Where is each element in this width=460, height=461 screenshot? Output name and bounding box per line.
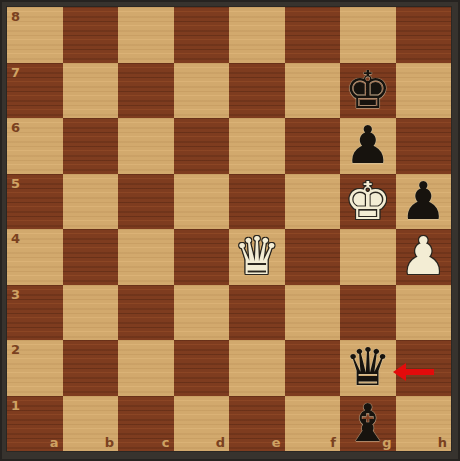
square-a7[interactable]: 7	[7, 63, 63, 119]
square-e2[interactable]	[229, 340, 285, 396]
file-label-d: d	[216, 436, 225, 449]
square-f5[interactable]	[285, 174, 341, 230]
square-b1[interactable]: b	[63, 396, 119, 452]
square-b6[interactable]	[63, 118, 119, 174]
square-a8[interactable]: 8	[7, 7, 63, 63]
square-f4[interactable]	[285, 229, 341, 285]
square-c2[interactable]	[118, 340, 174, 396]
square-b2[interactable]	[63, 340, 119, 396]
square-g6[interactable]: ♟	[340, 118, 396, 174]
rank-label-5: 5	[11, 177, 20, 190]
square-h2[interactable]	[396, 340, 452, 396]
square-f1[interactable]: f	[285, 396, 341, 452]
square-g1[interactable]: g♝	[340, 396, 396, 452]
square-f3[interactable]	[285, 285, 341, 341]
black-bishop[interactable]: ♝	[344, 396, 391, 452]
square-d5[interactable]	[174, 174, 230, 230]
file-label-c: c	[162, 436, 170, 449]
square-e8[interactable]	[229, 7, 285, 63]
square-c1[interactable]: c	[118, 396, 174, 452]
square-c3[interactable]	[118, 285, 174, 341]
square-a5[interactable]: 5	[7, 174, 63, 230]
square-h4[interactable]: ♟	[396, 229, 452, 285]
square-d6[interactable]	[174, 118, 230, 174]
rank-label-3: 3	[11, 288, 20, 301]
square-d1[interactable]: d	[174, 396, 230, 452]
square-d3[interactable]	[174, 285, 230, 341]
square-a6[interactable]: 6	[7, 118, 63, 174]
square-g2[interactable]: ♛	[340, 340, 396, 396]
square-a2[interactable]: 2	[7, 340, 63, 396]
white-queen[interactable]: ♛	[233, 229, 280, 285]
rank-label-8: 8	[11, 10, 20, 23]
square-a3[interactable]: 3	[7, 285, 63, 341]
square-e5[interactable]	[229, 174, 285, 230]
square-g5[interactable]: ♚	[340, 174, 396, 230]
square-c5[interactable]	[118, 174, 174, 230]
square-b3[interactable]	[63, 285, 119, 341]
square-f7[interactable]	[285, 63, 341, 119]
square-d8[interactable]	[174, 7, 230, 63]
chess-app-window: 87♚6♟5♚♟4♛♟32♛1abcdefg♝h	[0, 0, 460, 461]
file-label-b: b	[105, 436, 114, 449]
rank-label-1: 1	[11, 399, 20, 412]
rank-label-2: 2	[11, 343, 20, 356]
white-king[interactable]: ♚	[344, 174, 391, 230]
square-b7[interactable]	[63, 63, 119, 119]
square-f6[interactable]	[285, 118, 341, 174]
square-f2[interactable]	[285, 340, 341, 396]
black-pawn[interactable]: ♟	[400, 174, 447, 230]
file-label-a: a	[50, 436, 59, 449]
square-e3[interactable]	[229, 285, 285, 341]
square-b4[interactable]	[63, 229, 119, 285]
chess-board: 87♚6♟5♚♟4♛♟32♛1abcdefg♝h	[7, 7, 451, 451]
square-d4[interactable]	[174, 229, 230, 285]
square-a4[interactable]: 4	[7, 229, 63, 285]
square-h6[interactable]	[396, 118, 452, 174]
rank-label-6: 6	[11, 121, 20, 134]
square-f8[interactable]	[285, 7, 341, 63]
square-g8[interactable]	[340, 7, 396, 63]
black-king[interactable]: ♚	[344, 63, 391, 119]
square-g4[interactable]	[340, 229, 396, 285]
square-b5[interactable]	[63, 174, 119, 230]
square-h1[interactable]: h	[396, 396, 452, 452]
square-h3[interactable]	[396, 285, 452, 341]
square-e7[interactable]	[229, 63, 285, 119]
square-b8[interactable]	[63, 7, 119, 63]
file-label-f: f	[330, 436, 336, 449]
square-e4[interactable]: ♛	[229, 229, 285, 285]
square-a1[interactable]: 1a	[7, 396, 63, 452]
square-h8[interactable]	[396, 7, 452, 63]
rank-label-7: 7	[11, 66, 20, 79]
black-pawn[interactable]: ♟	[344, 118, 391, 174]
square-g3[interactable]	[340, 285, 396, 341]
square-d7[interactable]	[174, 63, 230, 119]
black-queen[interactable]: ♛	[344, 340, 391, 396]
file-label-h: h	[438, 436, 447, 449]
square-c6[interactable]	[118, 118, 174, 174]
square-c7[interactable]	[118, 63, 174, 119]
file-label-e: e	[272, 436, 281, 449]
square-c4[interactable]	[118, 229, 174, 285]
square-e1[interactable]: e	[229, 396, 285, 452]
rank-label-4: 4	[11, 232, 20, 245]
square-h5[interactable]: ♟	[396, 174, 452, 230]
square-d2[interactable]	[174, 340, 230, 396]
square-g7[interactable]: ♚	[340, 63, 396, 119]
square-e6[interactable]	[229, 118, 285, 174]
square-c8[interactable]	[118, 7, 174, 63]
white-pawn[interactable]: ♟	[400, 229, 447, 285]
square-h7[interactable]	[396, 63, 452, 119]
